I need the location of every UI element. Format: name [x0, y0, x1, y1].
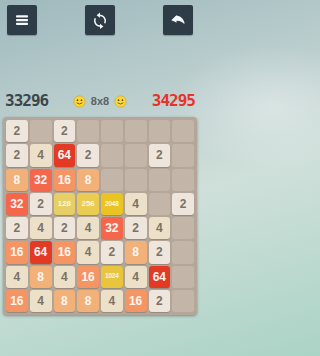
empty-cell [172, 120, 194, 142]
tile-4: 4 [6, 266, 28, 288]
best-score: 34295 [152, 93, 195, 109]
mode-indicator: 8x8 [73, 95, 127, 108]
undo-button[interactable] [163, 5, 193, 35]
tile-1024: 1024 [101, 266, 123, 288]
mode-label: 8x8 [91, 95, 109, 107]
empty-cell [172, 144, 194, 166]
empty-cell [101, 169, 123, 191]
empty-cell [172, 169, 194, 191]
empty-cell [172, 217, 194, 239]
empty-cell [172, 266, 194, 288]
empty-cell [149, 169, 171, 191]
tile-64: 64 [54, 144, 76, 166]
tile-2: 2 [30, 193, 52, 215]
tile-2: 2 [6, 217, 28, 239]
empty-cell [77, 120, 99, 142]
tile-4: 4 [30, 144, 52, 166]
tile-2: 2 [77, 144, 99, 166]
tile-2048: 2048 [101, 193, 123, 215]
empty-cell [125, 169, 147, 191]
tile-2: 2 [149, 241, 171, 263]
empty-cell [149, 120, 171, 142]
tile-2: 2 [149, 144, 171, 166]
tile-16: 16 [6, 241, 28, 263]
tile-4: 4 [101, 290, 123, 312]
tile-32: 32 [30, 169, 52, 191]
player-score: 33296 [5, 93, 48, 109]
empty-cell [149, 193, 171, 215]
tile-2: 2 [6, 120, 28, 142]
toolbar [0, 0, 200, 35]
empty-cell [101, 144, 123, 166]
tile-64: 64 [149, 266, 171, 288]
empty-cell [125, 120, 147, 142]
tile-16: 16 [125, 290, 147, 312]
empty-cell [30, 120, 52, 142]
tile-128: 128 [54, 193, 76, 215]
tile-4: 4 [125, 193, 147, 215]
sync-icon [91, 11, 109, 29]
tile-4: 4 [54, 266, 76, 288]
empty-cell [125, 144, 147, 166]
tile-256: 256 [77, 193, 99, 215]
tile-2: 2 [149, 290, 171, 312]
tile-64: 64 [30, 241, 52, 263]
smiley-icon-left [73, 95, 86, 108]
tile-16: 16 [54, 169, 76, 191]
tile-8: 8 [54, 290, 76, 312]
menu-icon [13, 11, 31, 29]
tile-16: 16 [6, 290, 28, 312]
tile-2: 2 [54, 120, 76, 142]
tile-8: 8 [30, 266, 52, 288]
tile-2: 2 [101, 241, 123, 263]
undo-icon [169, 11, 187, 29]
tile-2: 2 [6, 144, 28, 166]
tile-16: 16 [77, 266, 99, 288]
tile-8: 8 [6, 169, 28, 191]
tile-4: 4 [30, 217, 52, 239]
menu-button[interactable] [7, 5, 37, 35]
tile-4: 4 [77, 241, 99, 263]
tile-4: 4 [149, 217, 171, 239]
score-bar: 33296 8x8 34295 [0, 88, 200, 114]
tile-4: 4 [30, 290, 52, 312]
tile-8: 8 [77, 290, 99, 312]
tile-32: 32 [101, 217, 123, 239]
empty-cell [101, 120, 123, 142]
tile-4: 4 [77, 217, 99, 239]
tile-8: 8 [77, 169, 99, 191]
smiley-icon-right [114, 95, 127, 108]
tile-2: 2 [54, 217, 76, 239]
tile-2: 2 [172, 193, 194, 215]
tile-32: 32 [6, 193, 28, 215]
tile-8: 8 [125, 241, 147, 263]
tile-4: 4 [125, 266, 147, 288]
game-board[interactable]: 2224642283216832212825620484224243224166… [3, 117, 197, 315]
tile-2: 2 [125, 217, 147, 239]
restart-button[interactable] [85, 5, 115, 35]
empty-cell [172, 241, 194, 263]
tile-16: 16 [54, 241, 76, 263]
empty-cell [172, 290, 194, 312]
